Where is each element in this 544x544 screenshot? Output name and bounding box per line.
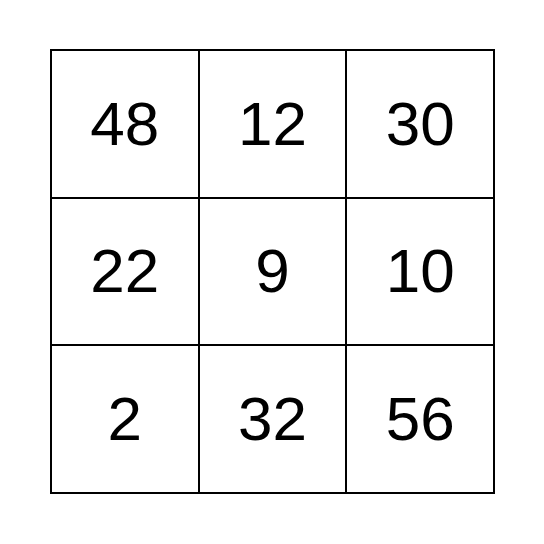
cell-r1-c2[interactable]: 10 xyxy=(346,198,494,346)
cell-r0-c0[interactable]: 48 xyxy=(51,50,199,198)
page-background: 48 12 30 22 9 10 2 32 56 xyxy=(0,0,544,544)
cell-r2-c2[interactable]: 56 xyxy=(346,345,494,493)
cell-r1-c0[interactable]: 22 xyxy=(51,198,199,346)
number-grid: 48 12 30 22 9 10 2 32 56 xyxy=(50,49,495,494)
cell-r0-c1[interactable]: 12 xyxy=(199,50,347,198)
cell-r2-c1[interactable]: 32 xyxy=(199,345,347,493)
cell-r0-c2[interactable]: 30 xyxy=(346,50,494,198)
cell-r2-c0[interactable]: 2 xyxy=(51,345,199,493)
cell-r1-c1[interactable]: 9 xyxy=(199,198,347,346)
